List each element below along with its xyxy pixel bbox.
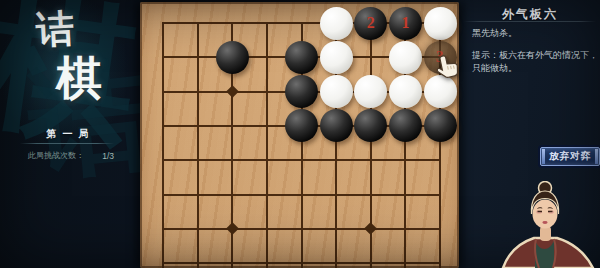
- sidebar-divider: [20, 143, 114, 144]
- move-number: 2: [367, 15, 375, 31]
- white-stone: [424, 7, 457, 40]
- grid-line-vertical: [266, 22, 268, 268]
- challenge-label: 此局挑战次数：: [28, 150, 84, 161]
- puzzle-objective: 黑先劫杀。: [472, 27, 594, 40]
- panel-divider: [464, 21, 596, 22]
- black-stone: 2: [354, 7, 387, 40]
- challenge-value: 1/3: [102, 151, 114, 161]
- white-stone: [389, 41, 422, 74]
- white-stone: [320, 41, 353, 74]
- grid-line-horizontal: [162, 159, 441, 161]
- black-stone: [216, 41, 249, 74]
- black-stone: [285, 75, 318, 108]
- game-logo-char-2: 棋: [56, 48, 102, 110]
- black-stone: [320, 109, 353, 142]
- sidebar: 棋 诘 诘 棋 第一局 此局挑战次数： 1/3: [0, 0, 135, 268]
- star-point: [226, 85, 239, 98]
- npc-portrait: [497, 181, 600, 268]
- white-stone: [320, 7, 353, 40]
- white-stone: [320, 75, 353, 108]
- grid-line-vertical: [197, 22, 199, 268]
- grid-line-horizontal: [162, 228, 441, 230]
- white-stone: [354, 75, 387, 108]
- white-stone: [389, 75, 422, 108]
- pointing-hand-icon: [435, 54, 463, 84]
- challenge-counter: 此局挑战次数： 1/3: [28, 150, 114, 161]
- black-stone: [285, 109, 318, 142]
- black-stone: [389, 109, 422, 142]
- go-board[interactable]: 213: [140, 2, 459, 268]
- black-stone: 1: [389, 7, 422, 40]
- black-stone: [354, 109, 387, 142]
- black-stone: [285, 41, 318, 74]
- star-point: [364, 222, 377, 235]
- game-screen: 棋 诘 诘 棋 第一局 此局挑战次数： 1/3 213 外气板六 黑先劫杀。 提…: [0, 0, 600, 268]
- grid-line-horizontal: [162, 262, 441, 264]
- move-number: 1: [401, 15, 409, 31]
- black-stone: [424, 109, 457, 142]
- puzzle-hint: 提示：板六在有外气的情况下，只能做劫。: [472, 49, 598, 75]
- grid-line-horizontal: [162, 194, 441, 196]
- round-label: 第一局: [0, 127, 135, 141]
- star-point: [226, 222, 239, 235]
- grid-line-vertical: [162, 22, 164, 268]
- resign-button[interactable]: 放弃对弈: [540, 147, 600, 166]
